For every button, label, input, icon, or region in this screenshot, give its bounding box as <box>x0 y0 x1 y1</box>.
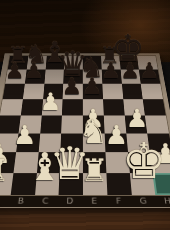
square-h6[interactable] <box>141 84 163 99</box>
square-g6[interactable] <box>122 84 143 99</box>
piece-black-pawn-b7[interactable]: ♟ <box>24 60 44 82</box>
piece-white-pawn-c5[interactable]: ♟ <box>40 90 62 114</box>
square-c4[interactable] <box>40 115 62 133</box>
square-a6[interactable] <box>3 84 25 99</box>
file-label-e: E <box>82 196 107 207</box>
piece-white-pawn-g4[interactable]: ♟ <box>126 106 148 131</box>
piece-black-pawn-e6[interactable]: ♟ <box>82 75 103 98</box>
file-labels-row: ABCDEFGH <box>0 196 170 207</box>
piece-black-pawn-d6[interactable]: ♟ <box>62 75 83 98</box>
file-label-g: G <box>130 196 156 207</box>
file-label-f: F <box>106 196 131 207</box>
file-label-c: C <box>33 196 58 207</box>
piece-black-pawn-a7[interactable]: ♟ <box>5 60 25 82</box>
piece-white-king-g1[interactable]: ♚ <box>122 137 166 186</box>
piece-black-pawn-g7[interactable]: ♟ <box>120 60 140 82</box>
file-label-d: D <box>57 196 82 207</box>
square-a5[interactable] <box>0 99 23 115</box>
piece-black-pawn-f7[interactable]: ♟ <box>101 60 121 82</box>
piece-white-rook-e1[interactable]: ♜ <box>80 155 108 186</box>
file-label-h: H <box>155 196 170 207</box>
square-f6[interactable] <box>102 84 123 99</box>
chessboard-scene: ABCDEFGH ♜♞♝♜♚♟♟♛♞♟♟♟♟♟♟♟♟♟♞♟♟♟♜♝♛♜♚ <box>0 0 170 230</box>
square-h4[interactable] <box>145 115 169 133</box>
piece-white-rook-a1[interactable]: ♜ <box>0 155 9 186</box>
file-label-b: B <box>8 196 34 207</box>
piece-black-pawn-h7[interactable]: ♟ <box>140 60 160 82</box>
